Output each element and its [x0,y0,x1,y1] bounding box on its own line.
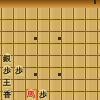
promotion-dot [58,73,61,76]
shogi-app-screenshot: 銀 歩 歩 王 香 馬 歩 [0,0,100,100]
promotion-dot [34,73,37,76]
piece-pawn-3[interactable]: 歩 [38,89,48,100]
promotion-dot [58,37,61,40]
piece-kanji: 歩 [14,66,24,76]
piece-kanji: 歩 [38,90,48,100]
piece-pawn-1[interactable]: 歩 [2,65,12,76]
piece-silver[interactable]: 銀 [2,53,12,64]
piece-kanji: 銀 [2,54,12,64]
piece-kanji: 歩 [2,66,12,76]
piece-pawn-2[interactable]: 歩 [14,65,24,76]
promotion-dot [34,37,37,40]
piece-king[interactable]: 王 [2,77,12,88]
piece-lance[interactable]: 香 [2,89,12,100]
piece-kanji-promoted: 馬 [26,90,36,100]
shogi-board[interactable]: 銀 歩 歩 王 香 馬 歩 [0,0,100,100]
piece-kanji: 香 [2,90,12,100]
corner-mark [94,0,96,4]
board-frame-bar [0,0,100,8]
piece-kanji: 王 [2,78,12,88]
